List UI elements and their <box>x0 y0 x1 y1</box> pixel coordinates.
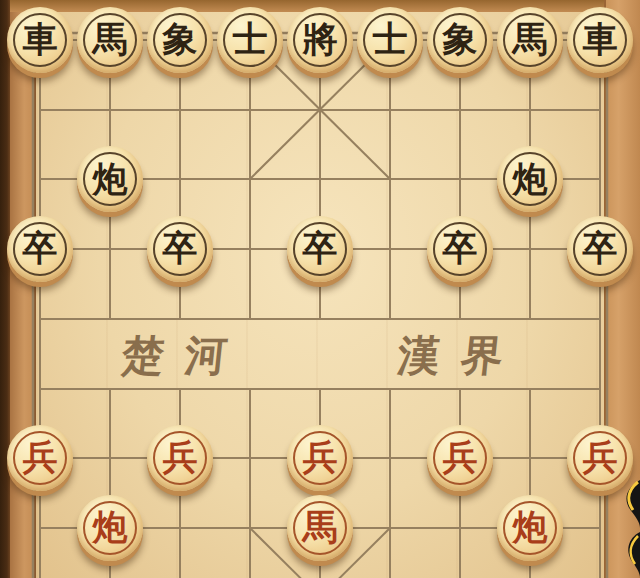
piece-black-horse[interactable]: 馬 <box>77 7 143 73</box>
piece-black-soldier[interactable]: 卒 <box>567 216 633 282</box>
piece-glyph: 兵 <box>163 439 198 474</box>
piece-ring: 炮 <box>83 501 137 555</box>
piece-ring: 馬 <box>503 13 557 67</box>
piece-ring: 兵 <box>433 431 487 485</box>
xiangqi-app-screen: 楚河 漢界 車馬象士將士象馬車炮炮卒卒卒卒卒兵兵兵兵兵炮馬炮 <box>0 0 640 578</box>
piece-glyph: 車 <box>583 21 618 56</box>
piece-glyph: 卒 <box>23 230 58 265</box>
piece-glyph: 兵 <box>303 439 338 474</box>
piece-red-horse[interactable]: 馬 <box>287 495 353 561</box>
piece-ring: 車 <box>13 13 67 67</box>
piece-ring: 卒 <box>293 222 347 276</box>
piece-red-soldier[interactable]: 兵 <box>287 425 353 491</box>
piece-ring: 兵 <box>573 431 627 485</box>
piece-ring: 炮 <box>83 152 137 206</box>
piece-glyph: 馬 <box>513 21 548 56</box>
piece-black-horse[interactable]: 馬 <box>497 7 563 73</box>
piece-black-cannon[interactable]: 炮 <box>77 146 143 212</box>
piece-ring: 卒 <box>153 222 207 276</box>
piece-glyph: 卒 <box>443 230 478 265</box>
piece-black-soldier[interactable]: 卒 <box>7 216 73 282</box>
piece-black-soldier[interactable]: 卒 <box>147 216 213 282</box>
piece-ring: 馬 <box>83 13 137 67</box>
piece-ring: 兵 <box>13 431 67 485</box>
piece-black-soldier[interactable]: 卒 <box>427 216 493 282</box>
piece-black-advisor[interactable]: 士 <box>217 7 283 73</box>
piece-black-chariot[interactable]: 車 <box>567 7 633 73</box>
piece-glyph: 象 <box>443 21 478 56</box>
piece-red-soldier[interactable]: 兵 <box>7 425 73 491</box>
piece-glyph: 馬 <box>303 509 338 544</box>
piece-glyph: 兵 <box>23 439 58 474</box>
piece-ring: 將 <box>293 13 347 67</box>
piece-red-cannon[interactable]: 炮 <box>497 495 563 561</box>
piece-red-soldier[interactable]: 兵 <box>427 425 493 491</box>
piece-glyph: 象 <box>163 21 198 56</box>
piece-ring: 馬 <box>293 501 347 555</box>
piece-glyph: 卒 <box>583 230 618 265</box>
piece-black-soldier[interactable]: 卒 <box>287 216 353 282</box>
piece-black-elephant[interactable]: 象 <box>427 7 493 73</box>
mascot-decoration <box>618 478 640 578</box>
piece-black-elephant[interactable]: 象 <box>147 7 213 73</box>
piece-ring: 炮 <box>503 152 557 206</box>
piece-glyph: 車 <box>23 21 58 56</box>
xiangqi-board[interactable]: 車馬象士將士象馬車炮炮卒卒卒卒卒兵兵兵兵兵炮馬炮 <box>5 5 635 578</box>
piece-glyph: 炮 <box>93 509 128 544</box>
piece-ring: 兵 <box>293 431 347 485</box>
piece-glyph: 卒 <box>163 230 198 265</box>
piece-ring: 士 <box>363 13 417 67</box>
piece-glyph: 兵 <box>443 439 478 474</box>
piece-glyph: 炮 <box>513 161 548 196</box>
piece-ring: 車 <box>573 13 627 67</box>
piece-red-cannon[interactable]: 炮 <box>77 495 143 561</box>
piece-glyph: 卒 <box>303 230 338 265</box>
piece-ring: 卒 <box>433 222 487 276</box>
piece-glyph: 士 <box>233 21 268 56</box>
piece-glyph: 士 <box>373 21 408 56</box>
piece-black-advisor[interactable]: 士 <box>357 7 423 73</box>
piece-glyph: 炮 <box>93 161 128 196</box>
piece-black-cannon[interactable]: 炮 <box>497 146 563 212</box>
piece-ring: 卒 <box>573 222 627 276</box>
piece-ring: 士 <box>223 13 277 67</box>
piece-glyph: 炮 <box>513 509 548 544</box>
piece-glyph: 馬 <box>93 21 128 56</box>
piece-ring: 卒 <box>13 222 67 276</box>
piece-ring: 炮 <box>503 501 557 555</box>
piece-black-general[interactable]: 將 <box>287 7 353 73</box>
piece-red-soldier[interactable]: 兵 <box>147 425 213 491</box>
piece-ring: 兵 <box>153 431 207 485</box>
piece-black-chariot[interactable]: 車 <box>7 7 73 73</box>
piece-glyph: 將 <box>303 21 338 56</box>
piece-glyph: 兵 <box>583 439 618 474</box>
piece-ring: 象 <box>433 13 487 67</box>
piece-ring: 象 <box>153 13 207 67</box>
